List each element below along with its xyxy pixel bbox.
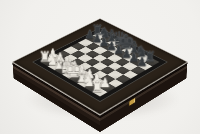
white-rook: ♜ bbox=[87, 79, 106, 94]
photo-background: ♜♞♝♛♚♝♞♜♟♟♟♟♟♟♟♟♟♟♟♟♟♟♟♟♜♞♝♛♚♝♞♜ bbox=[0, 0, 200, 134]
brass-clasp-icon bbox=[129, 98, 135, 106]
black-pawn: ♟ bbox=[133, 56, 151, 68]
square-c5 bbox=[85, 50, 100, 58]
square-h1: ♜ bbox=[92, 88, 108, 97]
chess-board: ♜♞♝♛♚♝♞♜♟♟♟♟♟♟♟♟♟♟♟♟♟♟♟♟♜♞♝♛♚♝♞♜ bbox=[41, 32, 160, 97]
